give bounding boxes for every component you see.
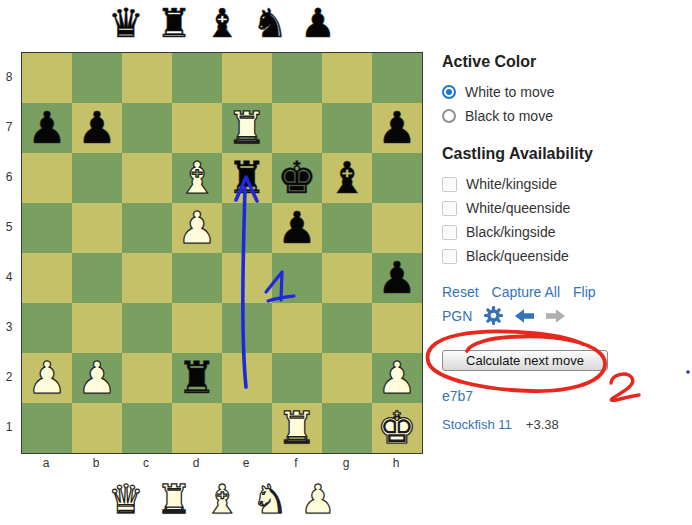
square-d3[interactable] [172,303,222,353]
square-e3[interactable] [222,303,272,353]
action-links-row: Reset Capture All Flip [442,284,596,300]
rank-label-8: 8 [0,52,18,102]
square-d2[interactable]: ♜ [172,353,222,403]
rank-label-6: 6 [0,152,18,202]
square-f3[interactable] [272,303,322,353]
reset-link[interactable]: Reset [442,284,479,300]
black-king-f6[interactable]: ♚ [277,153,316,203]
checkbox-black-kingside[interactable] [442,225,457,240]
file-label-e: e [221,456,271,471]
rank-label-3: 3 [0,302,18,352]
square-b8[interactable] [72,53,122,103]
active-color-heading: Active Color [442,53,536,71]
gear-icon[interactable] [484,306,503,325]
square-c6[interactable] [122,153,172,203]
square-b2[interactable]: ♟ [72,353,122,403]
square-b7[interactable]: ♟ [72,103,122,153]
spare-black-bishop[interactable]: ♝ [198,1,246,45]
calculate-next-move-button[interactable]: Calculate next move [442,350,608,371]
spare-black-rook[interactable]: ♜ [150,1,198,45]
rank-label-7: 7 [0,102,18,152]
square-g5[interactable] [322,203,372,253]
white-pawn-h2[interactable]: ♟ [377,353,416,403]
pgn-link[interactable]: PGN [442,308,472,324]
black-pawn-b7[interactable]: ♟ [77,103,116,153]
spare-black-queen[interactable]: ♛ [102,1,150,45]
white-rook-f1[interactable]: ♜ [277,403,316,453]
square-c8[interactable] [122,53,172,103]
black-pawn-h4[interactable]: ♟ [377,253,416,303]
square-g8[interactable] [322,53,372,103]
square-b6[interactable] [72,153,122,203]
black-rook-d2[interactable]: ♜ [177,353,216,403]
radio-black-to-move-label: Black to move [465,108,553,124]
square-b4[interactable] [72,253,122,303]
best-move-row: e7b7 [442,388,473,404]
square-f8[interactable] [272,53,322,103]
square-h4[interactable]: ♟ [372,253,422,303]
square-a4[interactable] [22,253,72,303]
file-label-c: c [121,456,171,471]
spare-black-pawn[interactable]: ♟ [294,1,342,45]
square-h3[interactable] [372,303,422,353]
pgn-row: PGN [442,306,565,325]
square-c3[interactable] [122,303,172,353]
best-move-link[interactable]: e7b7 [442,388,473,404]
square-a1[interactable] [22,403,72,453]
radio-row-white-to-move[interactable]: White to move [442,84,554,100]
engine-name-link[interactable]: Stockfish 11 [442,417,512,432]
square-d1[interactable] [172,403,222,453]
square-a5[interactable] [22,203,72,253]
rank-label-2: 2 [0,352,18,402]
square-a3[interactable] [22,303,72,353]
square-b3[interactable] [72,303,122,353]
square-g1[interactable] [322,403,372,453]
square-f6[interactable]: ♚ [272,153,322,203]
chess-board[interactable]: ♟♟♜♟♝♜♚♝♟♟♟♟♟♜♟♜♚ [21,52,423,454]
square-c7[interactable] [122,103,172,153]
engine-row: Stockfish 11 +3.38 [442,417,559,432]
settings-panel: Active Color White to move Black to move… [442,0,692,525]
square-d5[interactable]: ♟ [172,203,222,253]
black-rook-e6[interactable]: ♜ [227,153,266,203]
undo-arrow-icon[interactable] [515,309,534,323]
square-h1[interactable]: ♚ [372,403,422,453]
square-e4[interactable] [222,253,272,303]
checkbox-white-kingside[interactable] [442,177,457,192]
checkbox-row-black-queenside[interactable]: Black/queenside [442,248,569,264]
file-label-f: f [271,456,321,471]
redo-arrow-icon[interactable] [546,309,565,323]
square-g2[interactable] [322,353,372,403]
square-g3[interactable] [322,303,372,353]
castling-heading: Castling Availability [442,145,593,163]
square-d7[interactable] [172,103,222,153]
checkbox-white-kingside-label: White/kingside [466,176,557,192]
file-labels: abcdefgh [21,456,423,471]
square-c4[interactable] [122,253,172,303]
file-label-a: a [21,456,71,471]
checkbox-black-kingside-label: Black/kingside [466,224,556,240]
square-f5[interactable]: ♟ [272,203,322,253]
radio-white-to-move[interactable] [442,85,456,99]
square-g7[interactable] [322,103,372,153]
square-c5[interactable] [122,203,172,253]
checkbox-white-queenside[interactable] [442,201,457,216]
file-label-g: g [321,456,371,471]
square-f7[interactable] [272,103,322,153]
file-label-b: b [71,456,121,471]
square-a8[interactable] [22,53,72,103]
radio-white-to-move-label: White to move [465,84,554,100]
checkbox-black-queenside-label: Black/queenside [466,248,569,264]
square-e1[interactable] [222,403,272,453]
square-h8[interactable] [372,53,422,103]
black-pawn-h7[interactable]: ♟ [377,103,416,153]
square-d8[interactable] [172,53,222,103]
file-label-h: h [371,456,421,471]
square-c1[interactable] [122,403,172,453]
square-a7[interactable]: ♟ [22,103,72,153]
square-c2[interactable] [122,353,172,403]
white-pawn-b2[interactable]: ♟ [77,353,116,403]
spare-white-knight[interactable]: ♞ [246,477,294,521]
white-rook-e7[interactable]: ♜ [227,103,266,153]
square-b1[interactable] [72,403,122,453]
square-h5[interactable] [372,203,422,253]
rank-label-5: 5 [0,202,18,252]
square-e6[interactable]: ♜ [222,153,272,203]
square-f2[interactable] [272,353,322,403]
spare-white-pawn[interactable]: ♟ [294,477,342,521]
rank-label-1: 1 [0,402,18,452]
black-pawn-f5[interactable]: ♟ [277,203,316,253]
capture-all-link[interactable]: Capture All [492,284,560,300]
square-g6[interactable]: ♝ [322,153,372,203]
white-pawn-a2[interactable]: ♟ [27,353,66,403]
square-a6[interactable] [22,153,72,203]
black-bishop-g6[interactable]: ♝ [327,153,366,203]
evaluation-value: +3.38 [526,417,559,432]
checkbox-white-queenside-label: White/queenside [466,200,570,216]
square-d4[interactable] [172,253,222,303]
square-h2[interactable]: ♟ [372,353,422,403]
spare-pieces-black-tray: ♛♜♝♞♟ [102,1,342,45]
checkbox-row-white-kingside[interactable]: White/kingside [442,176,557,192]
square-b5[interactable] [72,203,122,253]
square-h7[interactable]: ♟ [372,103,422,153]
square-g4[interactable] [322,253,372,303]
spare-white-bishop[interactable]: ♝ [198,477,246,521]
square-f4[interactable] [272,253,322,303]
square-e8[interactable] [222,53,272,103]
square-e2[interactable] [222,353,272,403]
white-king-h1[interactable]: ♚ [377,403,416,453]
rank-label-4: 4 [0,252,18,302]
spare-pieces-white-tray: ♛♜♝♞♟ [102,477,342,521]
white-bishop-d6[interactable]: ♝ [177,153,216,203]
black-pawn-a7[interactable]: ♟ [27,103,66,153]
spare-white-rook[interactable]: ♜ [150,477,198,521]
white-pawn-d5[interactable]: ♟ [177,203,216,253]
square-a2[interactable]: ♟ [22,353,72,403]
square-d6[interactable]: ♝ [172,153,222,203]
square-h6[interactable] [372,153,422,203]
square-e7[interactable]: ♜ [222,103,272,153]
checkbox-row-black-kingside[interactable]: Black/kingside [442,224,556,240]
file-label-d: d [171,456,221,471]
checkbox-row-white-queenside[interactable]: White/queenside [442,200,570,216]
spare-black-knight[interactable]: ♞ [246,1,294,45]
rank-labels: 87654321 [0,52,18,452]
checkbox-black-queenside[interactable] [442,249,457,264]
radio-row-black-to-move[interactable]: Black to move [442,108,553,124]
flip-link[interactable]: Flip [573,284,596,300]
spare-white-queen[interactable]: ♛ [102,477,150,521]
square-f1[interactable]: ♜ [272,403,322,453]
square-e5[interactable] [222,203,272,253]
chess-position-editor: ♛♜♝♞♟ 87654321 ♟♟♜♟♝♜♚♝♟♟♟♟♟♜♟♜♚ abcdefg… [0,0,692,525]
radio-black-to-move[interactable] [442,109,456,123]
